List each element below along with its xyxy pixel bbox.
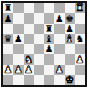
white-king-g1[interactable]: ♚ [65, 75, 74, 85]
black-rook-a8[interactable]: ♜ [4, 3, 13, 13]
square-h8[interactable]: ♜ [75, 3, 85, 13]
square-g3[interactable] [65, 54, 75, 64]
square-c6[interactable] [24, 24, 34, 34]
square-c2[interactable]: ♟ [24, 65, 34, 75]
square-b5[interactable]: ♟ [13, 34, 23, 44]
square-g1[interactable]: ♚ [65, 75, 75, 85]
chess-diagram: ♜♜♟♟♚♜♟♛♟♝♝♞♟♞♟♟♟♟♟♚ [0, 0, 90, 88]
square-b4[interactable] [13, 44, 23, 54]
square-g5[interactable]: ♝ [65, 34, 75, 44]
black-knight-h5[interactable]: ♞ [76, 34, 85, 44]
square-d6[interactable] [34, 24, 44, 34]
square-e8[interactable] [44, 3, 54, 13]
black-rook-e6[interactable]: ♜ [45, 23, 54, 33]
square-e2[interactable] [44, 65, 54, 75]
square-a4[interactable] [3, 44, 13, 54]
square-f5[interactable] [54, 34, 64, 44]
square-e3[interactable] [44, 54, 54, 64]
square-f4[interactable] [54, 44, 64, 54]
square-d7[interactable] [34, 13, 44, 23]
black-pawn-f7[interactable]: ♟ [55, 13, 64, 23]
square-h5[interactable]: ♞ [75, 34, 85, 44]
square-d4[interactable] [34, 44, 44, 54]
square-b1[interactable] [13, 75, 23, 85]
black-pawn-b5[interactable]: ♟ [14, 34, 23, 44]
square-h7[interactable] [75, 13, 85, 23]
white-pawn-b2[interactable]: ♟ [14, 64, 23, 74]
square-a1[interactable] [3, 75, 13, 85]
square-b8[interactable] [13, 3, 23, 13]
square-c7[interactable] [24, 13, 34, 23]
chess-board: ♜♜♟♟♚♜♟♛♟♝♝♞♟♞♟♟♟♟♟♚ [1, 1, 87, 87]
white-pawn-h3[interactable]: ♟ [76, 54, 85, 64]
square-f1[interactable] [54, 75, 64, 85]
square-d8[interactable] [34, 3, 44, 13]
square-f6[interactable] [54, 24, 64, 34]
square-a5[interactable]: ♛ [3, 34, 13, 44]
square-d1[interactable] [34, 75, 44, 85]
square-c1[interactable] [24, 75, 34, 85]
square-e4[interactable]: ♟ [44, 44, 54, 54]
square-b2[interactable]: ♟ [13, 65, 23, 75]
black-pawn-e4[interactable]: ♟ [45, 44, 54, 54]
square-a7[interactable]: ♟ [3, 13, 13, 23]
black-queen-a5[interactable]: ♛ [4, 34, 13, 44]
square-h2[interactable] [75, 65, 85, 75]
square-f7[interactable]: ♟ [54, 13, 64, 23]
square-b7[interactable] [13, 13, 23, 23]
black-king-g7[interactable]: ♚ [65, 13, 74, 23]
square-d5[interactable] [34, 34, 44, 44]
square-f2[interactable]: ♟ [54, 65, 64, 75]
white-pawn-f2[interactable]: ♟ [55, 64, 64, 74]
square-g4[interactable] [65, 44, 75, 54]
white-bishop-g5[interactable]: ♝ [65, 34, 74, 44]
white-pawn-a2[interactable]: ♟ [4, 64, 13, 74]
square-h3[interactable]: ♟ [75, 54, 85, 64]
square-h1[interactable] [75, 75, 85, 85]
black-bishop-e5[interactable]: ♝ [45, 34, 54, 44]
white-knight-c3[interactable]: ♞ [24, 54, 33, 64]
black-pawn-a7[interactable]: ♟ [4, 13, 13, 23]
square-c8[interactable] [24, 3, 34, 13]
white-pawn-c2[interactable]: ♟ [24, 64, 33, 74]
white-rook-h8[interactable]: ♜ [76, 3, 85, 13]
square-d2[interactable] [34, 65, 44, 75]
square-a2[interactable]: ♟ [3, 65, 13, 75]
square-c5[interactable] [24, 34, 34, 44]
square-e1[interactable] [44, 75, 54, 85]
square-d3[interactable] [34, 54, 44, 64]
black-pawn-g6[interactable]: ♟ [65, 23, 74, 33]
